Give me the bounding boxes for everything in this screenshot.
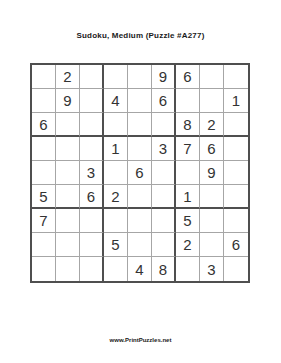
cell-r4c2[interactable] bbox=[56, 137, 80, 161]
cell-r7c1: 7 bbox=[32, 209, 56, 233]
cell-r8c5[interactable] bbox=[128, 233, 152, 257]
cell-r6c6[interactable] bbox=[152, 185, 176, 209]
cell-r9c3[interactable] bbox=[80, 257, 104, 281]
cell-r3c9[interactable] bbox=[224, 113, 248, 137]
cell-r8c3[interactable] bbox=[80, 233, 104, 257]
cell-r9c1[interactable] bbox=[32, 257, 56, 281]
cell-r5c2[interactable] bbox=[56, 161, 80, 185]
cell-r4c8: 6 bbox=[200, 137, 224, 161]
cell-r7c6[interactable] bbox=[152, 209, 176, 233]
cell-r4c1[interactable] bbox=[32, 137, 56, 161]
cell-r1c2: 2 bbox=[56, 65, 80, 89]
cell-r1c8[interactable] bbox=[200, 65, 224, 89]
cell-r3c3[interactable] bbox=[80, 113, 104, 137]
cell-r7c7: 5 bbox=[176, 209, 200, 233]
cell-r9c8: 3 bbox=[200, 257, 224, 281]
cell-r9c2[interactable] bbox=[56, 257, 80, 281]
cell-r3c5[interactable] bbox=[128, 113, 152, 137]
cell-r6c4: 2 bbox=[104, 185, 128, 209]
sudoku-grid: 29694616821376369562175526483 bbox=[30, 63, 250, 283]
cell-r9c9[interactable] bbox=[224, 257, 248, 281]
cell-r7c9[interactable] bbox=[224, 209, 248, 233]
cell-r5c9[interactable] bbox=[224, 161, 248, 185]
cell-r3c1: 6 bbox=[32, 113, 56, 137]
cell-r8c1[interactable] bbox=[32, 233, 56, 257]
cell-r4c5[interactable] bbox=[128, 137, 152, 161]
cell-r8c8[interactable] bbox=[200, 233, 224, 257]
cell-r7c5[interactable] bbox=[128, 209, 152, 233]
cell-r2c2: 9 bbox=[56, 89, 80, 113]
cell-r4c4: 1 bbox=[104, 137, 128, 161]
page: Sudoku, Medium (Puzzle #A277) 2969461682… bbox=[0, 0, 281, 363]
cell-r4c7: 7 bbox=[176, 137, 200, 161]
cell-r7c2[interactable] bbox=[56, 209, 80, 233]
footer-url: www.PrintPuzzles.net bbox=[0, 337, 281, 343]
cell-r2c7[interactable] bbox=[176, 89, 200, 113]
cell-r2c3[interactable] bbox=[80, 89, 104, 113]
cell-r1c9[interactable] bbox=[224, 65, 248, 89]
cell-r2c1[interactable] bbox=[32, 89, 56, 113]
cell-r8c4: 5 bbox=[104, 233, 128, 257]
cell-r3c4[interactable] bbox=[104, 113, 128, 137]
cell-r6c1: 5 bbox=[32, 185, 56, 209]
cell-r7c8[interactable] bbox=[200, 209, 224, 233]
cell-r4c9[interactable] bbox=[224, 137, 248, 161]
cell-r9c7[interactable] bbox=[176, 257, 200, 281]
cell-r5c4[interactable] bbox=[104, 161, 128, 185]
cell-r8c2[interactable] bbox=[56, 233, 80, 257]
cell-r2c4: 4 bbox=[104, 89, 128, 113]
cell-r5c1[interactable] bbox=[32, 161, 56, 185]
cell-r7c3[interactable] bbox=[80, 209, 104, 233]
cell-r8c6[interactable] bbox=[152, 233, 176, 257]
cell-r8c9: 6 bbox=[224, 233, 248, 257]
cell-r2c9: 1 bbox=[224, 89, 248, 113]
cell-r5c6[interactable] bbox=[152, 161, 176, 185]
puzzle-title: Sudoku, Medium (Puzzle #A277) bbox=[0, 31, 281, 40]
cell-r6c2[interactable] bbox=[56, 185, 80, 209]
cell-r5c3: 3 bbox=[80, 161, 104, 185]
cell-r1c7: 6 bbox=[176, 65, 200, 89]
cell-r1c5[interactable] bbox=[128, 65, 152, 89]
cell-r7c4[interactable] bbox=[104, 209, 128, 233]
cell-r4c6: 3 bbox=[152, 137, 176, 161]
cell-r6c3: 6 bbox=[80, 185, 104, 209]
cell-r1c3[interactable] bbox=[80, 65, 104, 89]
cell-r5c5: 6 bbox=[128, 161, 152, 185]
cell-r3c2[interactable] bbox=[56, 113, 80, 137]
cell-r5c7[interactable] bbox=[176, 161, 200, 185]
cell-r1c1[interactable] bbox=[32, 65, 56, 89]
cell-r9c4[interactable] bbox=[104, 257, 128, 281]
cell-r6c9[interactable] bbox=[224, 185, 248, 209]
cell-r6c7: 1 bbox=[176, 185, 200, 209]
cell-r9c5: 4 bbox=[128, 257, 152, 281]
cell-r1c4[interactable] bbox=[104, 65, 128, 89]
cell-r2c5[interactable] bbox=[128, 89, 152, 113]
cell-r2c8[interactable] bbox=[200, 89, 224, 113]
cell-r3c8: 2 bbox=[200, 113, 224, 137]
cell-r3c7: 8 bbox=[176, 113, 200, 137]
cell-r3c6[interactable] bbox=[152, 113, 176, 137]
cell-r1c6: 9 bbox=[152, 65, 176, 89]
cell-r4c3[interactable] bbox=[80, 137, 104, 161]
cell-r6c8[interactable] bbox=[200, 185, 224, 209]
cell-r9c6: 8 bbox=[152, 257, 176, 281]
cell-r5c8: 9 bbox=[200, 161, 224, 185]
cell-r8c7: 2 bbox=[176, 233, 200, 257]
cell-r6c5[interactable] bbox=[128, 185, 152, 209]
cell-r2c6: 6 bbox=[152, 89, 176, 113]
